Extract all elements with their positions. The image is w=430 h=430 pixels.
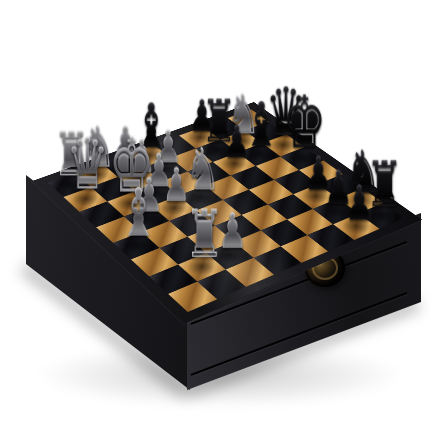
piece-silver-rook[interactable]: ♜ — [176, 202, 232, 268]
piece-dark-pawn[interactable]: ♟ — [332, 179, 386, 227]
piece-silver-bishop[interactable]: ♝ — [111, 179, 166, 246]
square-b1[interactable]: ♛ — [64, 187, 108, 212]
chess-set-scene: ♜♞♟♝♟♛♟♟♜♞♚♟♟♝♛♟♟♞♚♝♟♜♟♟♞♟♜ — [0, 0, 430, 430]
